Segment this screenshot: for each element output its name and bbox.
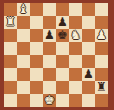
- square-h2: ♜: [95, 81, 108, 94]
- square-e4: [56, 55, 69, 68]
- square-e2: [56, 81, 69, 94]
- chess-board: ♝♜♟♟♚♞♟♟♜♚: [4, 3, 108, 107]
- white-king-d1: ♚: [43, 94, 56, 107]
- square-h4: [95, 55, 108, 68]
- white-pawn-h6: ♟: [95, 29, 108, 42]
- white-bishop-b8: ♝: [17, 3, 30, 16]
- white-knight-f6: ♞: [69, 29, 82, 42]
- square-c7: [30, 16, 43, 29]
- square-g6: [82, 29, 95, 42]
- square-c3: [30, 68, 43, 81]
- square-f5: [69, 42, 82, 55]
- square-d3: [43, 68, 56, 81]
- square-a2: [4, 81, 17, 94]
- square-b3: [17, 68, 30, 81]
- square-a5: [4, 42, 17, 55]
- square-c4: [30, 55, 43, 68]
- square-d4: [43, 55, 56, 68]
- square-c6: [30, 29, 43, 42]
- black-pawn-g3: ♟: [82, 68, 95, 81]
- square-g1: [82, 94, 95, 107]
- square-c5: [30, 42, 43, 55]
- square-d6: ♟: [43, 29, 56, 42]
- black-pawn-d6: ♟: [43, 29, 56, 42]
- square-e3: [56, 68, 69, 81]
- square-f1: [69, 94, 82, 107]
- square-d5: [43, 42, 56, 55]
- square-g7: [82, 16, 95, 29]
- square-c2: [30, 81, 43, 94]
- square-g5: [82, 42, 95, 55]
- square-b4: [17, 55, 30, 68]
- square-e5: [56, 42, 69, 55]
- black-king-e6: ♚: [56, 29, 69, 42]
- square-f4: [69, 55, 82, 68]
- square-d8: [43, 3, 56, 16]
- square-a6: [4, 29, 17, 42]
- square-e6: ♚: [56, 29, 69, 42]
- square-d1: ♚: [43, 94, 56, 107]
- square-b8: ♝: [17, 3, 30, 16]
- square-f8: [69, 3, 82, 16]
- square-h6: ♟: [95, 29, 108, 42]
- square-b1: [17, 94, 30, 107]
- square-c8: [30, 3, 43, 16]
- square-a1: [4, 94, 17, 107]
- square-a4: [4, 55, 17, 68]
- square-b7: [17, 16, 30, 29]
- square-g8: [82, 3, 95, 16]
- square-e1: [56, 94, 69, 107]
- white-rook-a7: ♜: [4, 16, 17, 29]
- square-f2: [69, 81, 82, 94]
- square-g2: [82, 81, 95, 94]
- square-f6: ♞: [69, 29, 82, 42]
- square-f3: [69, 68, 82, 81]
- square-a3: [4, 68, 17, 81]
- square-a7: ♜: [4, 16, 17, 29]
- square-h1: [95, 94, 108, 107]
- square-b2: [17, 81, 30, 94]
- square-g3: ♟: [82, 68, 95, 81]
- square-h8: [95, 3, 108, 16]
- black-rook-h2: ♜: [95, 81, 108, 94]
- square-b6: [17, 29, 30, 42]
- chess-board-frame: ♝♜♟♟♚♞♟♟♜♚: [0, 0, 114, 110]
- square-h5: [95, 42, 108, 55]
- square-b5: [17, 42, 30, 55]
- square-c1: [30, 94, 43, 107]
